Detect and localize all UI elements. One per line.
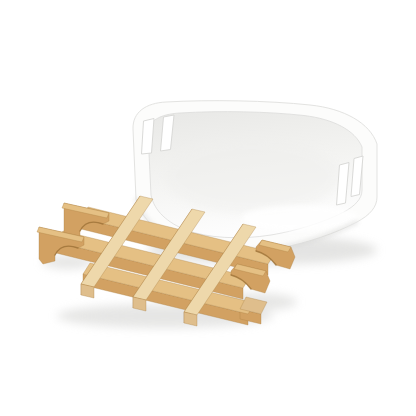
- tray-floor-sheen: [164, 138, 340, 214]
- tray-inner-front-highlight: [242, 205, 358, 231]
- scene-canvas: [0, 0, 416, 416]
- tray-slot-left-1: [142, 119, 155, 155]
- product-photo-scene: [0, 0, 416, 416]
